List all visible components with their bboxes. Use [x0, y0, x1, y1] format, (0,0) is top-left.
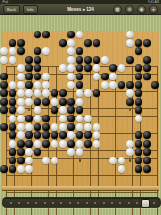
star-point — [79, 159, 81, 161]
stone-black-C5 — [17, 148, 25, 156]
stone-white-B6 — [9, 140, 17, 148]
star-point — [129, 159, 131, 161]
stone-black-R5 — [135, 148, 143, 156]
slider-tick[interactable] — [18, 202, 20, 204]
board-edge — [2, 186, 159, 191]
stone-black-H18 — [59, 39, 67, 47]
stone-white-E6 — [34, 140, 42, 148]
slider-tick[interactable] — [103, 202, 105, 204]
eye-icon[interactable]: ◉ — [137, 5, 146, 14]
stone-white-J16 — [67, 56, 75, 64]
stone-white-H6 — [59, 140, 67, 148]
stone-white-N13 — [101, 81, 109, 89]
stone-white-B17 — [9, 47, 17, 55]
stone-black-S7 — [143, 131, 151, 139]
stone-black-C18 — [17, 39, 25, 47]
stone-black-S16 — [143, 56, 151, 64]
stone-black-S14 — [143, 73, 151, 81]
stone-black-S6 — [143, 140, 151, 148]
stone-black-Q13 — [126, 81, 134, 89]
stone-white-C13 — [17, 81, 25, 89]
stone-black-L6 — [84, 140, 92, 148]
stone-white-C15 — [17, 64, 25, 72]
stone-white-F13 — [42, 81, 50, 89]
slider-tick[interactable] — [86, 202, 88, 204]
stone-black-T13 — [151, 81, 159, 89]
stone-black-S15 — [143, 64, 151, 72]
stone-black-D16 — [25, 56, 33, 64]
stone-black-N14 — [101, 73, 109, 81]
stone-black-M16 — [93, 56, 101, 64]
slider-tick[interactable] — [111, 202, 113, 204]
stone-white-G8 — [51, 123, 59, 131]
stone-black-R10 — [135, 106, 143, 114]
stone-black-H11 — [59, 98, 67, 106]
slider-tick[interactable] — [44, 202, 46, 204]
stone-white-C9 — [17, 115, 25, 123]
slider-tick[interactable] — [153, 202, 155, 204]
stone-white-A17 — [0, 47, 8, 55]
stone-white-Q19 — [126, 31, 134, 39]
stone-black-R11 — [135, 98, 143, 106]
stone-black-Q16 — [126, 56, 134, 64]
stone-black-R13 — [135, 81, 143, 89]
stone-black-A13 — [0, 81, 8, 89]
stone-white-B13 — [9, 81, 17, 89]
stone-black-L18 — [84, 39, 92, 47]
stone-white-J17 — [67, 47, 75, 55]
stone-white-C12 — [17, 89, 25, 97]
move-slider[interactable] — [2, 197, 161, 208]
stone-black-F8 — [42, 123, 50, 131]
stone-black-F19 — [42, 31, 50, 39]
stone-white-Q5 — [126, 148, 134, 156]
slider-tick[interactable] — [27, 202, 29, 204]
stone-black-S4 — [143, 157, 151, 165]
stone-white-H8 — [59, 123, 67, 131]
stone-black-R6 — [135, 140, 143, 148]
nav-icon-group: ▦⚙◉● — [113, 5, 158, 14]
slider-tick[interactable] — [60, 202, 62, 204]
stone-white-J18 — [67, 39, 75, 47]
stone-black-S3 — [143, 165, 151, 173]
stone-white-G11 — [51, 98, 59, 106]
stone-white-H9 — [59, 115, 67, 123]
stone-white-M15 — [93, 64, 101, 72]
stone-black-J11 — [67, 98, 75, 106]
stone-white-B16 — [9, 56, 17, 64]
stone-black-B11 — [9, 98, 17, 106]
stone-black-C6 — [17, 140, 25, 148]
stone-black-H7 — [59, 131, 67, 139]
stone-black-L16 — [84, 56, 92, 64]
slider-tick[interactable] — [35, 202, 37, 204]
stone-white-H10 — [59, 106, 67, 114]
stone-black-K16 — [76, 56, 84, 64]
stone-black-D13 — [25, 81, 33, 89]
stone-black-E17 — [34, 47, 42, 55]
stone-white-C8 — [17, 123, 25, 131]
stone-black-R15 — [135, 64, 143, 72]
stone-black-E11 — [34, 98, 42, 106]
stone-black-J19 — [67, 31, 75, 39]
stone-white-C3 — [17, 165, 25, 173]
stone-black-A8 — [0, 123, 8, 131]
stone-white-K11 — [76, 98, 84, 106]
stone-white-K19 — [76, 31, 84, 39]
slider-tick[interactable] — [128, 202, 130, 204]
stone-black-J6 — [67, 140, 75, 148]
stone-white-C11 — [17, 98, 25, 106]
stone-black-B18 — [9, 39, 17, 47]
stone-black-B10 — [9, 106, 17, 114]
stone-black-J8 — [67, 123, 75, 131]
stone-white-C14 — [17, 73, 25, 81]
slider-tick[interactable] — [77, 202, 79, 204]
stone-white-N16 — [101, 56, 109, 64]
slider-tick[interactable] — [119, 202, 121, 204]
stone-black-B3 — [9, 165, 17, 173]
slider-tick[interactable] — [136, 202, 138, 204]
stone-black-F11 — [42, 98, 50, 106]
stone-black-C17 — [17, 47, 25, 55]
stone-white-D11 — [25, 98, 33, 106]
stone-black-A11 — [0, 98, 8, 106]
stone-black-B8 — [9, 123, 17, 131]
black-stone-icon[interactable]: ● — [149, 5, 158, 14]
stone-black-A3 — [0, 165, 8, 173]
stone-white-H15 — [59, 64, 67, 72]
slider-tick[interactable] — [94, 202, 96, 204]
back-button[interactable]: Back — [3, 5, 20, 14]
slider-tick[interactable] — [69, 202, 71, 204]
slider-tick[interactable] — [52, 202, 54, 204]
go-board[interactable] — [2, 31, 159, 186]
stone-white-D3 — [25, 165, 33, 173]
stone-white-Q18 — [126, 39, 134, 47]
stone-black-G10 — [51, 106, 59, 114]
board-icon[interactable]: ▦ — [113, 5, 122, 14]
stone-white-C7 — [17, 131, 25, 139]
stone-black-B5 — [9, 148, 17, 156]
stone-black-E16 — [34, 56, 42, 64]
stone-white-L8 — [84, 123, 92, 131]
stone-black-R18 — [135, 39, 143, 47]
stone-black-C4 — [17, 157, 25, 165]
stone-black-M18 — [93, 39, 101, 47]
stone-white-Q6 — [126, 140, 134, 148]
stone-black-E19 — [34, 31, 42, 39]
stone-white-C10 — [17, 106, 25, 114]
stone-white-A16 — [0, 56, 8, 64]
stone-black-A10 — [0, 106, 8, 114]
app-screen: iPad 9:41 AM Back Info Moves ● 124 ▦⚙◉● — [0, 0, 161, 215]
stone-black-S18 — [143, 39, 151, 47]
stone-white-M8 — [93, 123, 101, 131]
stone-black-R17 — [135, 47, 143, 55]
stone-black-F6 — [42, 140, 50, 148]
stone-black-H12 — [59, 89, 67, 97]
info-button[interactable]: Info — [23, 5, 38, 14]
stone-black-K17 — [76, 47, 84, 55]
stone-white-M6 — [93, 140, 101, 148]
stone-black-D6 — [25, 140, 33, 148]
stone-black-L15 — [84, 64, 92, 72]
stone-white-F17 — [42, 47, 50, 55]
slider-knob[interactable] — [141, 199, 150, 208]
stone-black-S5 — [143, 148, 151, 156]
stone-white-O13 — [109, 81, 117, 89]
stone-black-R3 — [135, 165, 143, 173]
stone-black-Q11 — [126, 98, 134, 106]
settings-icon[interactable]: ⚙ — [125, 5, 134, 14]
stone-white-G6 — [51, 140, 59, 148]
stone-white-K6 — [76, 140, 84, 148]
slider-tick[interactable] — [10, 202, 12, 204]
stone-white-D8 — [25, 123, 33, 131]
nav-bar: Back Info Moves ● 124 ▦⚙◉● — [0, 4, 161, 15]
stone-white-J13 — [67, 81, 75, 89]
